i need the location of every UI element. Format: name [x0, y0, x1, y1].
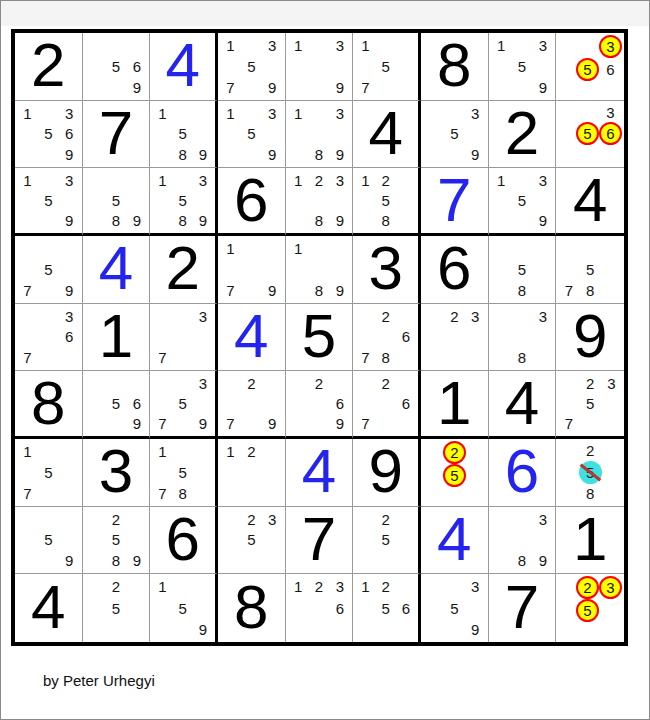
cell-r8c7[interactable]: 4 — [421, 507, 489, 575]
candidate-2[interactable]: 2 — [315, 579, 323, 594]
candidate-5[interactable]: 5 — [112, 532, 120, 547]
candidate-5[interactable]: 5 — [518, 193, 526, 208]
candidate-1[interactable]: 1 — [361, 173, 369, 188]
candidate-1[interactable]: 1 — [158, 579, 166, 594]
cell-r9c5[interactable]: 1236 — [286, 574, 354, 642]
candidate-8[interactable]: 8 — [315, 213, 323, 228]
given-digit: 3 — [99, 440, 133, 502]
pencil-marks: 179 — [220, 238, 283, 301]
candidate-9[interactable]: 9 — [471, 147, 479, 162]
pencil-marks: 58 — [491, 238, 554, 301]
cell-r4c1[interactable]: 579 — [15, 236, 83, 304]
cell-r2c9[interactable]: 356 — [556, 101, 624, 169]
cell-r7c4[interactable]: 12 — [218, 439, 286, 507]
candidate-9[interactable]: 9 — [336, 283, 344, 298]
cell-r5c2[interactable]: 1 — [83, 304, 151, 372]
cell-r9c4[interactable]: 8 — [218, 574, 286, 642]
given-digit: 8 — [437, 34, 471, 96]
cell-r9c1[interactable]: 4 — [15, 574, 83, 642]
cell-r2c7[interactable]: 359 — [421, 101, 489, 169]
pencil-marks: 1359 — [220, 103, 283, 166]
candidate-6[interactable]: 6 — [606, 62, 614, 77]
candidate-3[interactable]: 3 — [199, 309, 207, 324]
candidate-3[interactable]: 3 — [539, 173, 547, 188]
cell-r4c4[interactable]: 179 — [218, 236, 286, 304]
given-digit: 3 — [368, 237, 402, 299]
candidate-3[interactable]: 3 — [199, 173, 207, 188]
candidate-8[interactable]: 8 — [518, 283, 526, 298]
cell-r1c7[interactable]: 8 — [421, 33, 489, 101]
pencil-marks: 569 — [85, 35, 148, 98]
cell-r3c4[interactable]: 6 — [218, 168, 286, 236]
given-digit: 2 — [165, 237, 199, 299]
pencil-marks: 389 — [491, 509, 554, 572]
candidate-2[interactable]: 2 — [586, 376, 594, 391]
cell-r8c1[interactable]: 59 — [15, 507, 83, 575]
candidate-9[interactable]: 9 — [336, 80, 344, 95]
candidate-5[interactable]: 5 — [112, 396, 120, 411]
candidate-7[interactable]: 7 — [226, 283, 234, 298]
cell-r2c2[interactable]: 7 — [83, 101, 151, 169]
given-digit: 4 — [505, 372, 539, 434]
candidate-1[interactable]: 1 — [361, 579, 369, 594]
cell-r6c1[interactable]: 8 — [15, 371, 83, 439]
pencil-marks: 1258 — [355, 170, 416, 231]
candidate-2[interactable]: 2 — [315, 173, 323, 188]
cell-r4c6[interactable]: 3 — [353, 236, 421, 304]
candidate-5-circled[interactable]: 5 — [576, 599, 599, 622]
cell-r8c8[interactable]: 389 — [489, 507, 557, 575]
cell-r3c6[interactable]: 1258 — [353, 168, 421, 236]
cell-r7c5[interactable]: 4 — [286, 439, 354, 507]
candidate-7[interactable]: 7 — [226, 80, 234, 95]
cell-r5c1[interactable]: 367 — [15, 304, 83, 372]
candidate-3[interactable]: 3 — [65, 309, 73, 324]
cell-r2c8[interactable]: 2 — [489, 101, 557, 169]
cell-r5c6[interactable]: 2678 — [353, 304, 421, 372]
candidate-2[interactable]: 2 — [381, 376, 389, 391]
candidate-2[interactable]: 2 — [586, 443, 594, 458]
pencil-marks: 12389 — [288, 170, 351, 231]
candidate-1[interactable]: 1 — [294, 38, 302, 53]
candidate-8[interactable]: 8 — [381, 213, 389, 228]
candidate-2[interactable]: 2 — [381, 579, 389, 594]
cell-r5c4[interactable]: 4 — [218, 304, 286, 372]
candidate-9[interactable]: 9 — [65, 213, 73, 228]
cell-r7c9[interactable]: 258 — [556, 439, 624, 507]
cell-r2c6[interactable]: 4 — [353, 101, 421, 169]
candidate-6[interactable]: 6 — [402, 601, 410, 616]
candidate-6-circled[interactable]: 6 — [599, 122, 622, 145]
candidate-2[interactable]: 2 — [381, 173, 389, 188]
candidate-9[interactable]: 9 — [199, 622, 207, 637]
candidate-9[interactable]: 9 — [199, 147, 207, 162]
candidate-5[interactable]: 5 — [44, 262, 52, 277]
candidate-3[interactable]: 3 — [268, 38, 276, 53]
candidate-9[interactable]: 9 — [133, 416, 141, 431]
candidate-3[interactable]: 3 — [199, 376, 207, 391]
candidate-1[interactable]: 1 — [497, 38, 505, 53]
candidate-2[interactable]: 2 — [381, 512, 389, 527]
candidate-2[interactable]: 2 — [247, 376, 255, 391]
candidate-8[interactable]: 8 — [518, 350, 526, 365]
cell-r2c3[interactable]: 1589 — [150, 101, 218, 169]
cell-r5c9[interactable]: 9 — [556, 304, 624, 372]
pencil-marks: 267 — [355, 373, 416, 434]
candidate-9[interactable]: 9 — [199, 213, 207, 228]
candidate-5[interactable]: 5 — [247, 59, 255, 74]
cell-r4c8[interactable]: 58 — [489, 236, 557, 304]
candidate-5[interactable]: 5 — [247, 532, 255, 547]
cell-r7c1[interactable]: 157 — [15, 439, 83, 507]
pencil-marks: 1359 — [17, 170, 80, 231]
candidate-9[interactable]: 9 — [539, 213, 547, 228]
candidate-7[interactable]: 7 — [158, 416, 166, 431]
pencil-marks: 38 — [491, 306, 554, 369]
candidate-5[interactable]: 5 — [44, 465, 52, 480]
cell-r7c7[interactable]: 25 — [421, 439, 489, 507]
cell-r5c5[interactable]: 5 — [286, 304, 354, 372]
pencil-marks: 269 — [288, 373, 351, 434]
pencil-marks: 356 — [558, 35, 622, 98]
candidate-9[interactable]: 9 — [65, 553, 73, 568]
candidate-8[interactable]: 8 — [178, 213, 186, 228]
candidate-1[interactable]: 1 — [23, 106, 31, 121]
cell-r1c8[interactable]: 1359 — [489, 33, 557, 101]
candidate-3[interactable]: 3 — [539, 38, 547, 53]
cell-r3c1[interactable]: 1359 — [15, 168, 83, 236]
candidate-9[interactable]: 9 — [336, 147, 344, 162]
candidate-5[interactable]: 5 — [518, 59, 526, 74]
candidate-1[interactable]: 1 — [23, 444, 31, 459]
solved-digit: 4 — [234, 305, 268, 367]
cell-r6c4[interactable]: 279 — [218, 371, 286, 439]
candidate-8[interactable]: 8 — [112, 213, 120, 228]
candidate-3[interactable]: 3 — [65, 173, 73, 188]
candidate-3-circled[interactable]: 3 — [599, 35, 622, 58]
cell-r8c9[interactable]: 1 — [556, 507, 624, 575]
candidate-3[interactable]: 3 — [268, 512, 276, 527]
solved-digit: 4 — [302, 440, 336, 502]
cell-r1c9[interactable]: 356 — [556, 33, 624, 101]
cell-r3c2[interactable]: 589 — [83, 168, 151, 236]
candidate-1[interactable]: 1 — [158, 444, 166, 459]
candidate-1[interactable]: 1 — [158, 173, 166, 188]
candidate-5[interactable]: 5 — [178, 465, 186, 480]
candidate-6[interactable]: 6 — [133, 396, 141, 411]
pencil-marks: 157 — [17, 441, 80, 504]
candidate-7[interactable]: 7 — [565, 283, 573, 298]
candidate-1[interactable]: 1 — [158, 106, 166, 121]
cell-r1c4[interactable]: 13579 — [218, 33, 286, 101]
candidate-5[interactable]: 5 — [112, 59, 120, 74]
candidate-7[interactable]: 7 — [23, 350, 31, 365]
cell-r4c3[interactable]: 2 — [150, 236, 218, 304]
cell-r9c8[interactable]: 7 — [489, 574, 557, 642]
pencil-marks: 139 — [288, 35, 351, 98]
pencil-marks: 359 — [423, 103, 486, 166]
cell-r4c2[interactable]: 4 — [83, 236, 151, 304]
given-digit: 4 — [573, 169, 607, 231]
solved-digit: 4 — [165, 34, 199, 96]
cell-r8c6[interactable]: 25 — [353, 507, 421, 575]
cell-r6c2[interactable]: 569 — [83, 371, 151, 439]
cell-r8c2[interactable]: 2589 — [83, 507, 151, 575]
cell-r6c7[interactable]: 1 — [421, 371, 489, 439]
pencil-marks: 13589 — [152, 170, 213, 231]
candidate-3[interactable]: 3 — [607, 376, 615, 391]
given-digit: 8 — [234, 576, 268, 638]
pencil-marks: 1236 — [288, 576, 351, 640]
candidate-3[interactable]: 3 — [336, 106, 344, 121]
candidate-9[interactable]: 9 — [65, 283, 73, 298]
candidate-9[interactable]: 9 — [133, 213, 141, 228]
pencil-marks: 159 — [152, 576, 213, 640]
candidate-5[interactable]: 5 — [178, 126, 186, 141]
candidate-9[interactable]: 9 — [268, 147, 276, 162]
candidate-5[interactable]: 5 — [381, 193, 389, 208]
candidate-5[interactable]: 5 — [112, 601, 120, 616]
candidate-7[interactable]: 7 — [226, 416, 234, 431]
pencil-marks: 2678 — [355, 306, 416, 369]
candidate-5[interactable]: 5 — [381, 601, 389, 616]
pencil-marks: 356 — [558, 103, 622, 166]
candidate-5[interactable]: 5 — [381, 59, 389, 74]
candidate-5[interactable]: 5 — [44, 193, 52, 208]
candidate-2[interactable]: 2 — [247, 512, 255, 527]
given-digit: 9 — [368, 440, 402, 502]
cell-r9c9[interactable]: 235 — [556, 574, 624, 642]
cell-r5c3[interactable]: 37 — [150, 304, 218, 372]
candidate-9[interactable]: 9 — [336, 213, 344, 228]
candidate-1[interactable]: 1 — [226, 106, 234, 121]
cell-r8c3[interactable]: 6 — [150, 507, 218, 575]
candidate-9[interactable]: 9 — [336, 416, 344, 431]
candidate-8[interactable]: 8 — [178, 147, 186, 162]
cell-r2c5[interactable]: 1389 — [286, 101, 354, 169]
candidate-6[interactable]: 6 — [402, 329, 410, 344]
candidate-9[interactable]: 9 — [268, 283, 276, 298]
given-digit: 7 — [302, 508, 336, 570]
candidate-2-circled[interactable]: 2 — [443, 441, 466, 464]
candidate-2[interactable]: 2 — [112, 579, 120, 594]
candidate-5[interactable]: 5 — [247, 126, 255, 141]
pencil-marks: 1359 — [491, 35, 554, 98]
candidate-6[interactable]: 6 — [336, 396, 344, 411]
given-digit: 9 — [573, 305, 607, 367]
candidate-6[interactable]: 6 — [336, 601, 344, 616]
candidate-1[interactable]: 1 — [226, 444, 234, 459]
candidate-2[interactable]: 2 — [247, 444, 255, 459]
candidate-7[interactable]: 7 — [565, 416, 573, 431]
candidate-3-circled[interactable]: 3 — [599, 576, 622, 599]
cell-r7c6[interactable]: 9 — [353, 439, 421, 507]
candidate-3[interactable]: 3 — [336, 173, 344, 188]
cell-r9c6[interactable]: 1256 — [353, 574, 421, 642]
given-digit: 1 — [573, 508, 607, 570]
candidate-5[interactable]: 5 — [586, 262, 594, 277]
candidate-1[interactable]: 1 — [294, 241, 302, 256]
pencil-marks: 235 — [558, 576, 622, 640]
cell-r2c4[interactable]: 1359 — [218, 101, 286, 169]
cell-r4c5[interactable]: 189 — [286, 236, 354, 304]
candidate-5[interactable]: 5 — [518, 262, 526, 277]
given-digit: 2 — [31, 34, 65, 96]
cell-r4c9[interactable]: 578 — [556, 236, 624, 304]
candidate-9[interactable]: 9 — [268, 416, 276, 431]
cell-r3c3[interactable]: 13589 — [150, 168, 218, 236]
cell-r4c7[interactable]: 6 — [421, 236, 489, 304]
cell-r1c5[interactable]: 139 — [286, 33, 354, 101]
candidate-5[interactable]: 5 — [112, 193, 120, 208]
pencil-marks: 579 — [17, 238, 80, 301]
candidate-3[interactable]: 3 — [539, 309, 547, 324]
candidate-5[interactable]: 5 — [44, 126, 52, 141]
pencil-marks: 37 — [152, 306, 213, 369]
candidate-5-circled[interactable]: 5 — [576, 58, 599, 81]
given-digit: 6 — [437, 237, 471, 299]
candidate-3[interactable]: 3 — [336, 579, 344, 594]
candidate-5[interactable]: 5 — [178, 396, 186, 411]
candidate-5-eliminated[interactable]: 5 — [579, 461, 602, 484]
candidate-8[interactable]: 8 — [112, 553, 120, 568]
candidate-5[interactable]: 5 — [178, 193, 186, 208]
candidate-8[interactable]: 8 — [518, 553, 526, 568]
cell-r9c7[interactable]: 359 — [421, 574, 489, 642]
candidate-7[interactable]: 7 — [361, 416, 369, 431]
given-digit: 6 — [165, 508, 199, 570]
pencil-marks: 12 — [220, 441, 283, 504]
candidate-3[interactable]: 3 — [606, 105, 614, 120]
cell-r3c5[interactable]: 12389 — [286, 168, 354, 236]
solved-digit: 4 — [99, 237, 133, 299]
candidate-8[interactable]: 8 — [178, 486, 186, 501]
candidate-7[interactable]: 7 — [158, 486, 166, 501]
candidate-6[interactable]: 6 — [133, 59, 141, 74]
candidate-9[interactable]: 9 — [539, 553, 547, 568]
candidate-1[interactable]: 1 — [497, 173, 505, 188]
cell-r6c6[interactable]: 267 — [353, 371, 421, 439]
candidate-5[interactable]: 5 — [450, 126, 458, 141]
cell-r7c2[interactable]: 3 — [83, 439, 151, 507]
candidate-9[interactable]: 9 — [268, 80, 276, 95]
cell-r7c8[interactable]: 6 — [489, 439, 557, 507]
cell-r6c8[interactable]: 4 — [489, 371, 557, 439]
candidate-7[interactable]: 7 — [23, 486, 31, 501]
pencil-marks: 367 — [17, 306, 80, 369]
candidate-2[interactable]: 2 — [381, 309, 389, 324]
given-digit: 8 — [31, 372, 65, 434]
cell-r5c7[interactable]: 23 — [421, 304, 489, 372]
cell-r9c3[interactable]: 159 — [150, 574, 218, 642]
pencil-marks: 578 — [558, 238, 622, 301]
pencil-marks: 25 — [355, 509, 416, 572]
pencil-marks: 2357 — [558, 373, 622, 434]
candidate-5[interactable]: 5 — [178, 601, 186, 616]
cell-r2c1[interactable]: 13569 — [15, 101, 83, 169]
candidate-2[interactable]: 2 — [112, 512, 120, 527]
cell-r3c7[interactable]: 7 — [421, 168, 489, 236]
candidate-9[interactable]: 9 — [133, 80, 141, 95]
given-digit: 1 — [437, 372, 471, 434]
candidate-8[interactable]: 8 — [381, 350, 389, 365]
candidate-7[interactable]: 7 — [23, 283, 31, 298]
cell-r1c6[interactable]: 157 — [353, 33, 421, 101]
cell-r1c2[interactable]: 569 — [83, 33, 151, 101]
candidate-8[interactable]: 8 — [586, 283, 594, 298]
candidate-1[interactable]: 1 — [23, 173, 31, 188]
cell-r6c3[interactable]: 3579 — [150, 371, 218, 439]
pencil-marks: 1578 — [152, 441, 213, 504]
candidate-6[interactable]: 6 — [65, 126, 73, 141]
cell-r6c9[interactable]: 2357 — [556, 371, 624, 439]
cell-r8c4[interactable]: 235 — [218, 507, 286, 575]
candidate-3[interactable]: 3 — [471, 106, 479, 121]
candidate-2-circled[interactable]: 2 — [576, 576, 599, 599]
candidate-1[interactable]: 1 — [226, 38, 234, 53]
cell-r9c2[interactable]: 25 — [83, 574, 151, 642]
candidate-3[interactable]: 3 — [65, 106, 73, 121]
candidate-2[interactable]: 2 — [315, 376, 323, 391]
candidate-3[interactable]: 3 — [471, 579, 479, 594]
cell-r3c8[interactable]: 1359 — [489, 168, 557, 236]
candidate-7[interactable]: 7 — [361, 350, 369, 365]
candidate-2[interactable]: 2 — [450, 309, 458, 324]
cell-r7c3[interactable]: 1578 — [150, 439, 218, 507]
cell-r5c8[interactable]: 38 — [489, 304, 557, 372]
candidate-3[interactable]: 3 — [268, 106, 276, 121]
candidate-5[interactable]: 5 — [44, 532, 52, 547]
candidate-5-circled[interactable]: 5 — [443, 464, 466, 487]
candidate-1[interactable]: 1 — [294, 579, 302, 594]
candidate-1[interactable]: 1 — [361, 38, 369, 53]
sudoku-board: 2569413579139157813593561356971589135913… — [11, 29, 628, 646]
given-digit: 4 — [368, 102, 402, 164]
candidate-8[interactable]: 8 — [586, 486, 594, 501]
cell-r1c1[interactable]: 2 — [15, 33, 83, 101]
candidate-9[interactable]: 9 — [539, 80, 547, 95]
candidate-1[interactable]: 1 — [226, 241, 234, 256]
candidate-6[interactable]: 6 — [65, 329, 73, 344]
cell-r6c5[interactable]: 269 — [286, 371, 354, 439]
candidate-9[interactable]: 9 — [65, 147, 73, 162]
candidate-3[interactable]: 3 — [539, 512, 547, 527]
candidate-9[interactable]: 9 — [133, 553, 141, 568]
candidate-3[interactable]: 3 — [471, 309, 479, 324]
given-digit: 1 — [99, 305, 133, 367]
candidate-5[interactable]: 5 — [450, 601, 458, 616]
candidate-9[interactable]: 9 — [471, 622, 479, 637]
candidate-5[interactable]: 5 — [586, 396, 594, 411]
candidate-7[interactable]: 7 — [158, 350, 166, 365]
pencil-marks: 258 — [558, 441, 622, 504]
candidate-1[interactable]: 1 — [294, 173, 302, 188]
cell-r3c9[interactable]: 4 — [556, 168, 624, 236]
candidate-8[interactable]: 8 — [315, 147, 323, 162]
candidate-5[interactable]: 5 — [381, 532, 389, 547]
pencil-marks: 23 — [423, 306, 486, 369]
candidate-6[interactable]: 6 — [402, 396, 410, 411]
candidate-5-circled[interactable]: 5 — [576, 122, 599, 145]
candidate-1[interactable]: 1 — [294, 106, 302, 121]
cell-r8c5[interactable]: 7 — [286, 507, 354, 575]
candidate-7[interactable]: 7 — [361, 80, 369, 95]
cell-r1c3[interactable]: 4 — [150, 33, 218, 101]
candidate-8[interactable]: 8 — [315, 283, 323, 298]
candidate-3[interactable]: 3 — [336, 38, 344, 53]
pencil-marks: 1359 — [491, 170, 554, 231]
candidate-9[interactable]: 9 — [199, 416, 207, 431]
